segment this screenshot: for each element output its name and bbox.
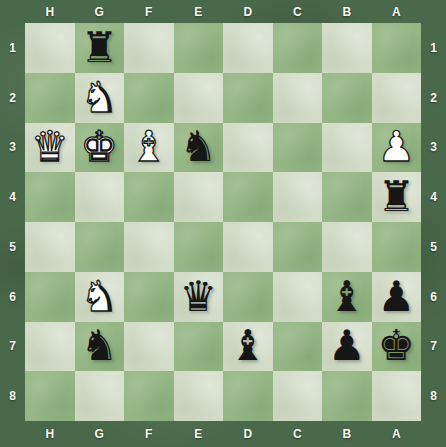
rank-labels-left: 12345678 — [0, 23, 25, 421]
square-a4[interactable]: ♜ — [372, 172, 422, 222]
rank-label-left-4: 4 — [0, 172, 25, 222]
square-g2[interactable]: ♞ — [75, 73, 125, 123]
piece-white-queen[interactable]: ♛ — [31, 126, 69, 168]
rank-label-left-8: 8 — [0, 371, 25, 421]
square-b2[interactable] — [322, 73, 372, 123]
square-g6[interactable]: ♞ — [75, 272, 125, 322]
piece-black-pawn[interactable]: ♟ — [377, 276, 415, 318]
square-f2[interactable] — [124, 73, 174, 123]
file-label-bottom-e: E — [174, 421, 224, 447]
piece-black-queen[interactable]: ♛ — [179, 276, 217, 318]
square-g1[interactable]: ♜ — [75, 23, 125, 73]
square-c6[interactable] — [273, 272, 323, 322]
file-label-bottom-b: B — [322, 421, 372, 447]
rank-label-right-5: 5 — [421, 222, 446, 272]
square-a1[interactable] — [372, 23, 422, 73]
rank-label-left-5: 5 — [0, 222, 25, 272]
rank-label-right-7: 7 — [421, 322, 446, 372]
square-e4[interactable] — [174, 172, 224, 222]
file-label-bottom-f: F — [124, 421, 174, 447]
piece-black-rook[interactable]: ♜ — [377, 176, 415, 218]
square-e2[interactable] — [174, 73, 224, 123]
square-c4[interactable] — [273, 172, 323, 222]
rank-label-left-3: 3 — [0, 123, 25, 173]
square-a3[interactable]: ♟ — [372, 123, 422, 173]
square-c3[interactable] — [273, 123, 323, 173]
file-labels-bottom: HGFEDCBA — [25, 421, 421, 447]
square-h2[interactable] — [25, 73, 75, 123]
square-e6[interactable]: ♛ — [174, 272, 224, 322]
square-d5[interactable] — [223, 222, 273, 272]
square-a6[interactable]: ♟ — [372, 272, 422, 322]
square-a7[interactable]: ♚ — [372, 322, 422, 372]
square-d3[interactable] — [223, 123, 273, 173]
rank-label-right-2: 2 — [421, 73, 446, 123]
file-label-top-d: D — [223, 0, 273, 23]
rank-label-right-6: 6 — [421, 272, 446, 322]
square-b5[interactable] — [322, 222, 372, 272]
piece-black-bishop[interactable]: ♝ — [229, 325, 267, 367]
file-label-bottom-h: H — [25, 421, 75, 447]
piece-white-knight[interactable]: ♞ — [80, 77, 118, 119]
square-d4[interactable] — [223, 172, 273, 222]
square-e8[interactable] — [174, 371, 224, 421]
file-label-bottom-g: G — [75, 421, 125, 447]
file-labels-top: HGFEDCBA — [25, 0, 421, 23]
chess-board: HGFEDCBA HGFEDCBA 12345678 12345678 ♜♞♛♚… — [0, 0, 446, 447]
square-g3[interactable]: ♚ — [75, 123, 125, 173]
file-label-top-b: B — [322, 0, 372, 23]
piece-black-rook[interactable]: ♜ — [80, 27, 118, 69]
piece-white-king[interactable]: ♚ — [80, 126, 118, 168]
square-c8[interactable] — [273, 371, 323, 421]
rank-label-left-7: 7 — [0, 322, 25, 372]
square-f6[interactable] — [124, 272, 174, 322]
square-h7[interactable] — [25, 322, 75, 372]
square-a8[interactable] — [372, 371, 422, 421]
square-g7[interactable]: ♞ — [75, 322, 125, 372]
square-h3[interactable]: ♛ — [25, 123, 75, 173]
piece-white-bishop[interactable]: ♝ — [130, 126, 168, 168]
square-h1[interactable] — [25, 23, 75, 73]
file-label-top-g: G — [75, 0, 125, 23]
square-c2[interactable] — [273, 73, 323, 123]
square-b7[interactable]: ♟ — [322, 322, 372, 372]
square-e3[interactable]: ♞ — [174, 123, 224, 173]
square-b1[interactable] — [322, 23, 372, 73]
square-f4[interactable] — [124, 172, 174, 222]
square-f8[interactable] — [124, 371, 174, 421]
square-d6[interactable] — [223, 272, 273, 322]
square-g5[interactable] — [75, 222, 125, 272]
square-e7[interactable] — [174, 322, 224, 372]
square-f1[interactable] — [124, 23, 174, 73]
square-d2[interactable] — [223, 73, 273, 123]
square-d7[interactable]: ♝ — [223, 322, 273, 372]
piece-black-knight[interactable]: ♞ — [179, 126, 217, 168]
square-f3[interactable]: ♝ — [124, 123, 174, 173]
file-label-top-h: H — [25, 0, 75, 23]
square-e5[interactable] — [174, 222, 224, 272]
square-e1[interactable] — [174, 23, 224, 73]
square-d8[interactable] — [223, 371, 273, 421]
file-label-top-a: A — [372, 0, 422, 23]
square-d1[interactable] — [223, 23, 273, 73]
square-h4[interactable] — [25, 172, 75, 222]
file-label-top-f: F — [124, 0, 174, 23]
rank-label-right-1: 1 — [421, 23, 446, 73]
square-a2[interactable] — [372, 73, 422, 123]
piece-black-king[interactable]: ♚ — [377, 325, 415, 367]
square-g8[interactable] — [75, 371, 125, 421]
square-f5[interactable] — [124, 222, 174, 272]
file-label-bottom-d: D — [223, 421, 273, 447]
piece-white-knight[interactable]: ♞ — [80, 276, 118, 318]
rank-label-right-8: 8 — [421, 371, 446, 421]
board-grid: ♜♞♛♚♝♞♟♜♞♛♝♟♞♝♟♚ — [25, 23, 421, 421]
piece-black-knight[interactable]: ♞ — [80, 325, 118, 367]
file-label-bottom-c: C — [273, 421, 323, 447]
file-label-top-e: E — [174, 0, 224, 23]
piece-black-bishop[interactable]: ♝ — [328, 276, 366, 318]
square-a5[interactable] — [372, 222, 422, 272]
square-c5[interactable] — [273, 222, 323, 272]
file-label-bottom-a: A — [372, 421, 422, 447]
square-h6[interactable] — [25, 272, 75, 322]
square-h8[interactable] — [25, 371, 75, 421]
rank-label-left-6: 6 — [0, 272, 25, 322]
square-b3[interactable] — [322, 123, 372, 173]
square-h5[interactable] — [25, 222, 75, 272]
square-c1[interactable] — [273, 23, 323, 73]
square-b6[interactable]: ♝ — [322, 272, 372, 322]
file-label-top-c: C — [273, 0, 323, 23]
rank-label-right-3: 3 — [421, 123, 446, 173]
square-c7[interactable] — [273, 322, 323, 372]
square-f7[interactable] — [124, 322, 174, 372]
square-b8[interactable] — [322, 371, 372, 421]
rank-labels-right: 12345678 — [421, 23, 446, 421]
square-g4[interactable] — [75, 172, 125, 222]
piece-white-pawn[interactable]: ♟ — [377, 126, 415, 168]
square-b4[interactable] — [322, 172, 372, 222]
rank-label-left-2: 2 — [0, 73, 25, 123]
piece-black-pawn[interactable]: ♟ — [328, 325, 366, 367]
rank-label-left-1: 1 — [0, 23, 25, 73]
rank-label-right-4: 4 — [421, 172, 446, 222]
